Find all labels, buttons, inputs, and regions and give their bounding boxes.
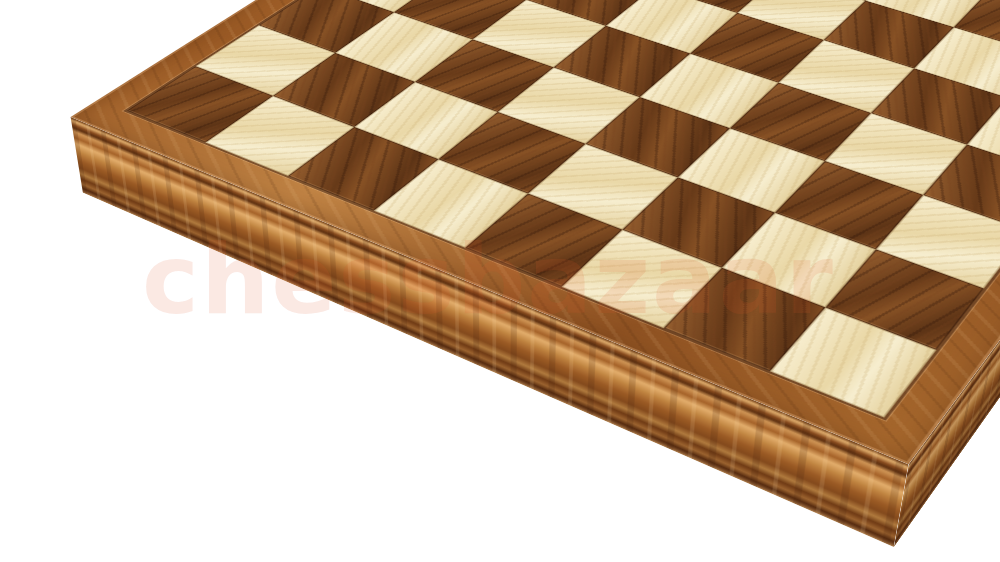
product-photo-stage: chessbazaar: [0, 0, 1000, 562]
board-scene: [0, 0, 1000, 562]
chess-board: [71, 0, 1000, 465]
